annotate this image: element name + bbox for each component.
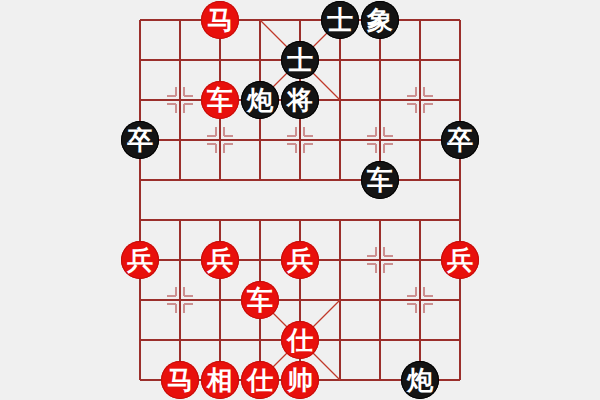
board-point-2-9[interactable]: 相 [200,360,240,400]
board-point-0-1 [120,40,160,80]
board-point-1-9[interactable]: 马 [160,360,200,400]
board-point-8-4 [440,160,480,200]
piece-black-advisor[interactable]: 士 [321,1,359,39]
board-point-5-7 [320,280,360,320]
piece-red-soldier[interactable]: 兵 [441,241,479,279]
board-point-5-8 [320,320,360,360]
board-point-2-5 [200,200,240,240]
board-point-6-5 [360,200,400,240]
board-point-0-0 [120,0,160,40]
piece-black-cannon[interactable]: 炮 [401,361,439,399]
piece-layer: 马士象士车炮将卒卒车兵兵兵兵车仕马相仕帅炮 [120,0,480,400]
board-point-4-8[interactable]: 仕 [280,320,320,360]
board-point-8-5 [440,200,480,240]
board-point-1-4 [160,160,200,200]
piece-red-soldier[interactable]: 兵 [281,241,319,279]
board-point-0-2 [120,80,160,120]
board-point-2-8 [200,320,240,360]
piece-black-chariot[interactable]: 车 [361,161,399,199]
board-point-0-9 [120,360,160,400]
piece-black-elephant[interactable]: 象 [361,1,399,39]
board-point-8-6[interactable]: 兵 [440,240,480,280]
board-point-8-0 [440,0,480,40]
board-point-0-8 [120,320,160,360]
piece-red-elephant[interactable]: 相 [201,361,239,399]
board-point-3-3 [240,120,280,160]
board-point-3-8 [240,320,280,360]
board-point-3-7[interactable]: 车 [240,280,280,320]
piece-red-soldier[interactable]: 兵 [201,241,239,279]
board-point-1-1 [160,40,200,80]
board-point-0-3[interactable]: 卒 [120,120,160,160]
board-point-8-2 [440,80,480,120]
board-point-4-4 [280,160,320,200]
board-point-6-9 [360,360,400,400]
board-point-6-3 [360,120,400,160]
board-point-7-7 [400,280,440,320]
board-point-6-6 [360,240,400,280]
piece-red-horse[interactable]: 马 [201,1,239,39]
board-point-1-6 [160,240,200,280]
piece-red-chariot[interactable]: 车 [241,281,279,319]
board-point-5-0[interactable]: 士 [320,0,360,40]
board-point-6-4[interactable]: 车 [360,160,400,200]
board-point-8-7 [440,280,480,320]
board-point-6-0[interactable]: 象 [360,0,400,40]
board-point-8-1 [440,40,480,80]
board-point-1-5 [160,200,200,240]
piece-red-general[interactable]: 帅 [281,361,319,399]
board-point-3-4 [240,160,280,200]
board-point-1-8 [160,320,200,360]
piece-black-soldier[interactable]: 卒 [121,121,159,159]
piece-black-advisor[interactable]: 士 [281,41,319,79]
board-point-1-7 [160,280,200,320]
board-point-2-7 [200,280,240,320]
board-point-5-4 [320,160,360,200]
board-point-3-9[interactable]: 仕 [240,360,280,400]
piece-black-general[interactable]: 将 [281,81,319,119]
piece-red-horse[interactable]: 马 [161,361,199,399]
board-point-0-6[interactable]: 兵 [120,240,160,280]
board-point-3-6 [240,240,280,280]
board-point-4-1[interactable]: 士 [280,40,320,80]
board-point-5-5 [320,200,360,240]
board-point-5-3 [320,120,360,160]
board-point-7-8 [400,320,440,360]
board-point-0-5 [120,200,160,240]
board-point-5-1 [320,40,360,80]
board-point-5-6 [320,240,360,280]
board-point-7-4 [400,160,440,200]
board-point-5-2 [320,80,360,120]
xiangqi-board: 马士象士车炮将卒卒车兵兵兵兵车仕马相仕帅炮 [0,0,600,400]
board-point-7-9[interactable]: 炮 [400,360,440,400]
piece-black-cannon[interactable]: 炮 [241,81,279,119]
board-point-0-4 [120,160,160,200]
board-point-6-8 [360,320,400,360]
piece-red-soldier[interactable]: 兵 [121,241,159,279]
board-point-7-5 [400,200,440,240]
piece-red-chariot[interactable]: 车 [201,81,239,119]
board-point-4-3 [280,120,320,160]
board-point-8-9 [440,360,480,400]
board-point-7-1 [400,40,440,80]
board-point-4-5 [280,200,320,240]
board-point-1-0 [160,0,200,40]
board-point-7-0 [400,0,440,40]
board-point-8-3[interactable]: 卒 [440,120,480,160]
board-point-3-2[interactable]: 炮 [240,80,280,120]
board-point-4-6[interactable]: 兵 [280,240,320,280]
board-point-3-1 [240,40,280,80]
board-point-2-3 [200,120,240,160]
piece-red-advisor[interactable]: 仕 [241,361,279,399]
board-point-3-5 [240,200,280,240]
board-point-2-6[interactable]: 兵 [200,240,240,280]
board-point-6-7 [360,280,400,320]
board-point-7-6 [400,240,440,280]
board-point-7-3 [400,120,440,160]
board-point-7-2 [400,80,440,120]
board-point-4-2[interactable]: 将 [280,80,320,120]
board-point-2-1 [200,40,240,80]
board-point-4-9[interactable]: 帅 [280,360,320,400]
board-point-2-2[interactable]: 车 [200,80,240,120]
board-point-0-7 [120,280,160,320]
board-point-1-3 [160,120,200,160]
piece-red-advisor[interactable]: 仕 [281,321,319,359]
board-point-4-7 [280,280,320,320]
board-point-3-0 [240,0,280,40]
board-point-6-1 [360,40,400,80]
board-point-5-9 [320,360,360,400]
board-point-6-2 [360,80,400,120]
board-point-8-8 [440,320,480,360]
board-point-2-4 [200,160,240,200]
board-point-2-0[interactable]: 马 [200,0,240,40]
piece-black-soldier[interactable]: 卒 [441,121,479,159]
board-point-1-2 [160,80,200,120]
board-point-4-0 [280,0,320,40]
